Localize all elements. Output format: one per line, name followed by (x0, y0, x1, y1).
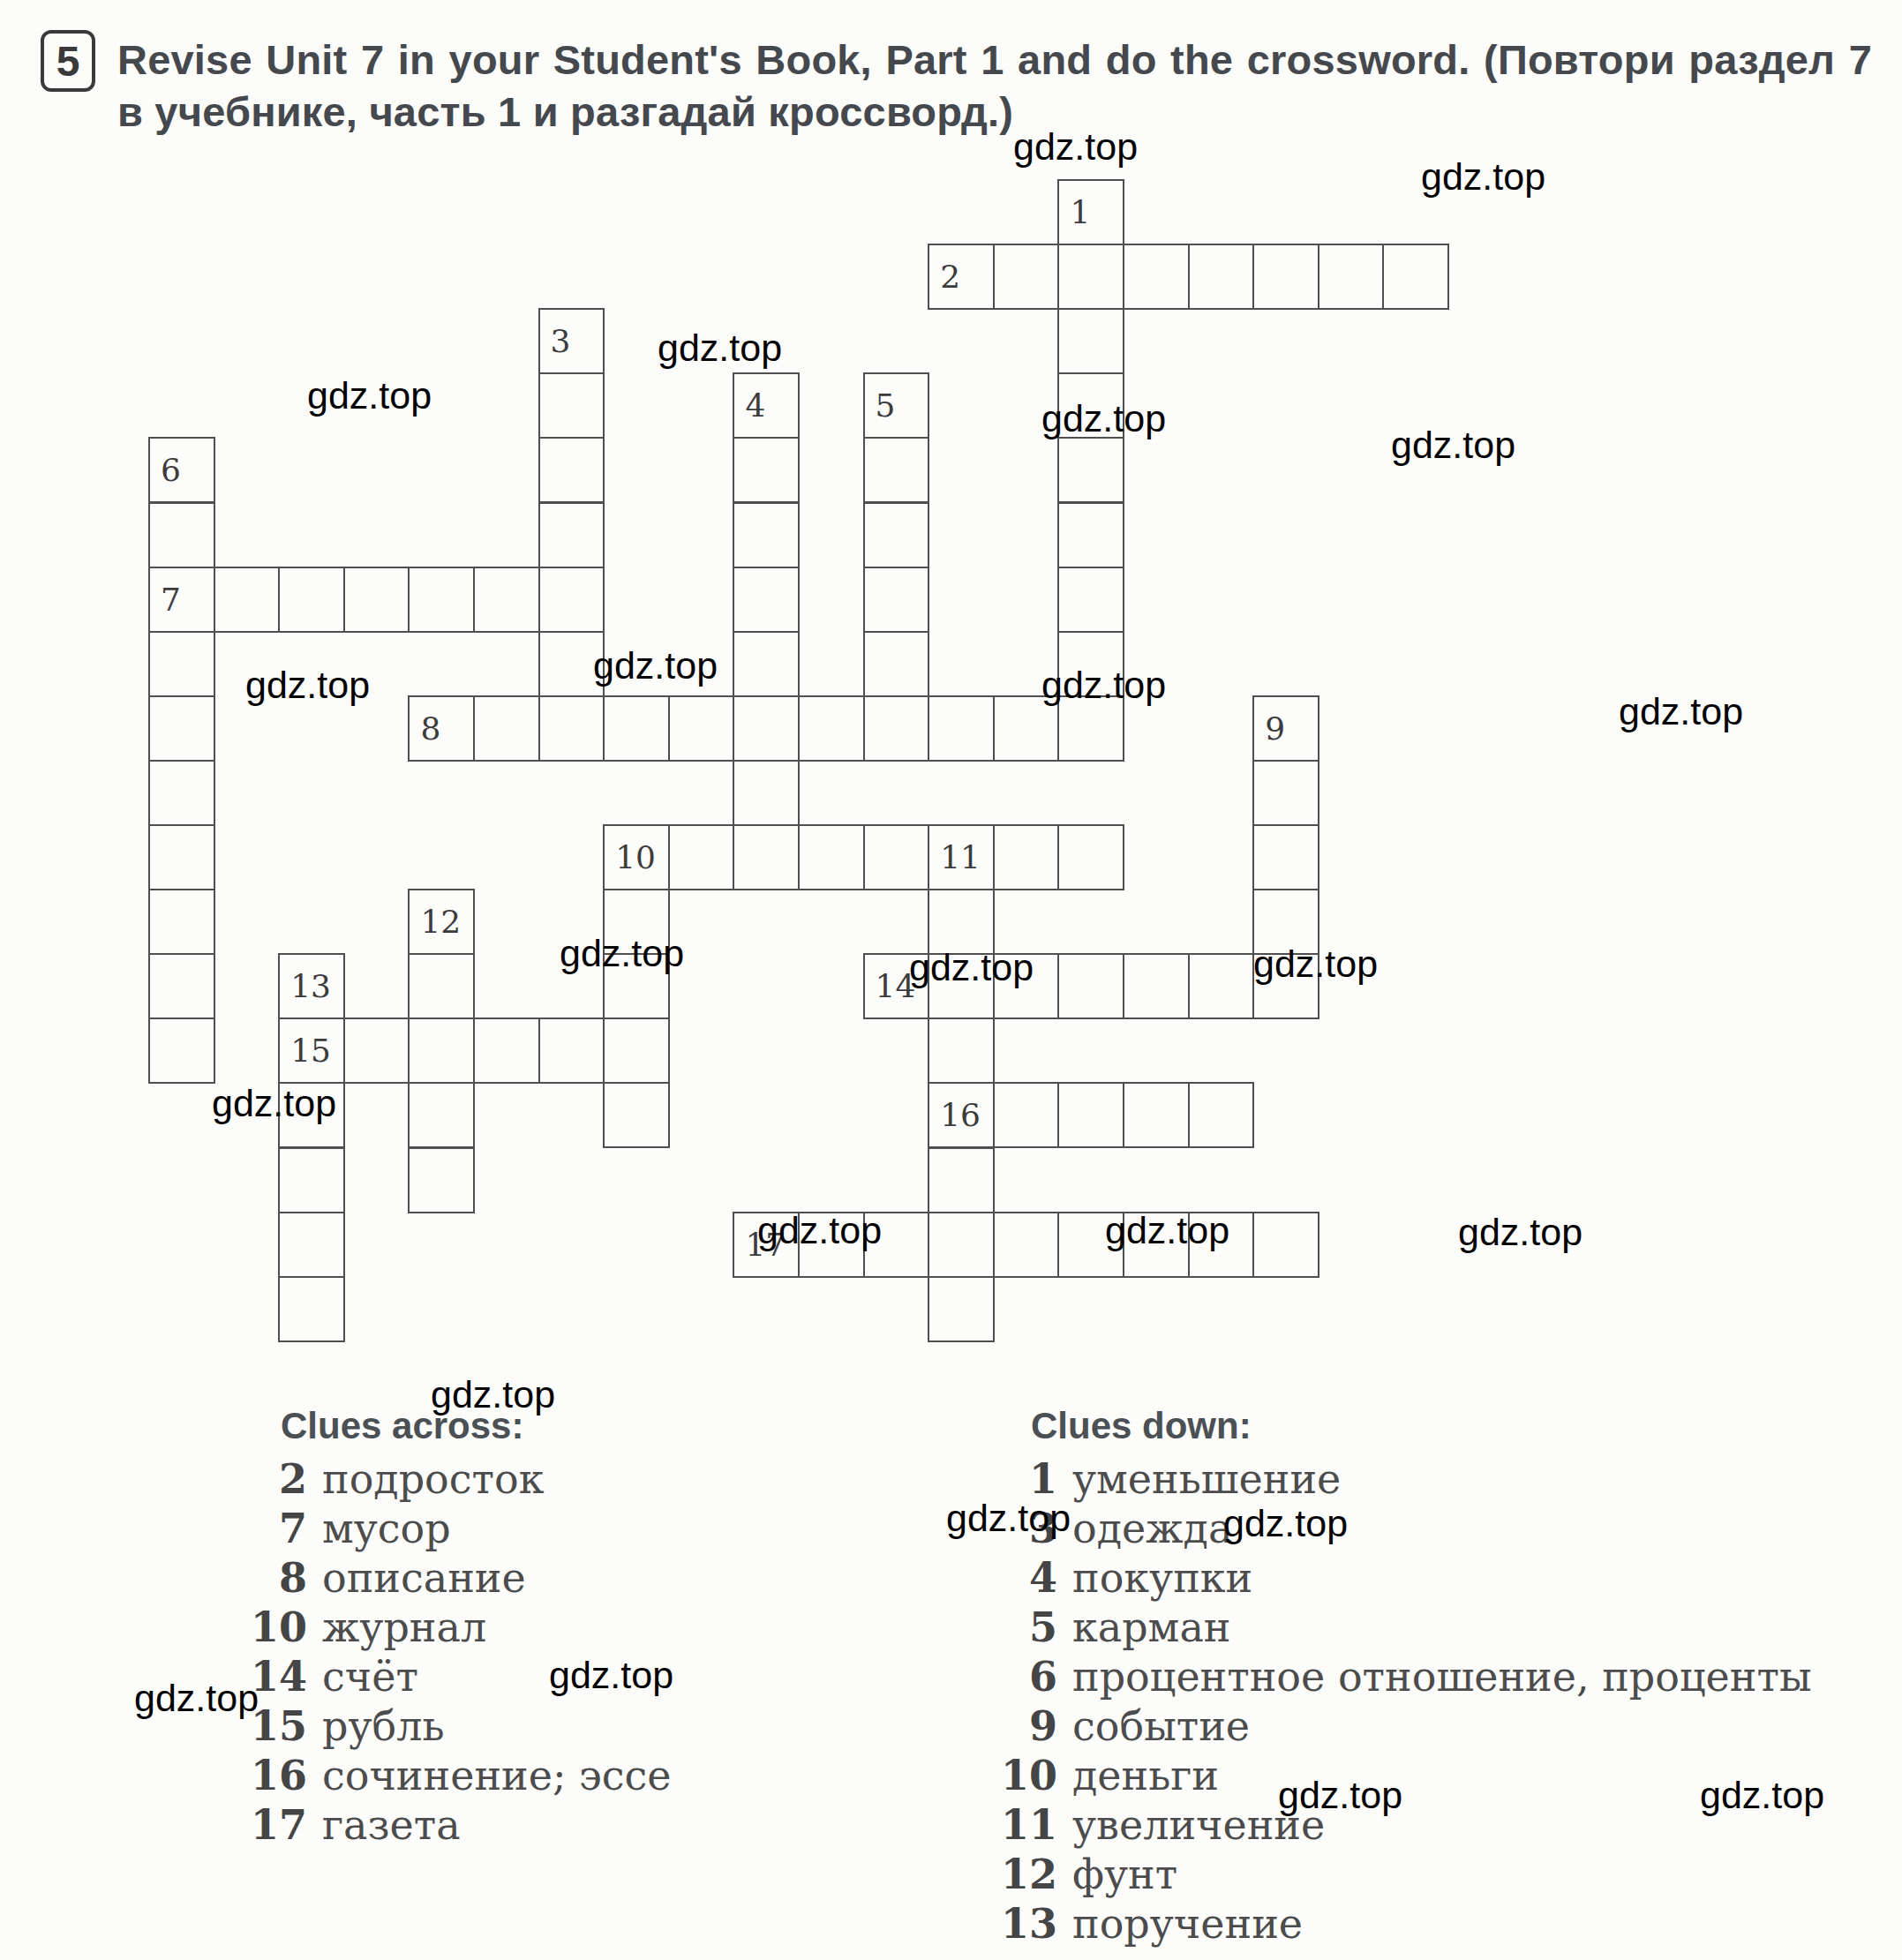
clue-number: 5 (971, 1603, 1057, 1652)
grid-cell[interactable] (994, 1083, 1059, 1147)
grid-cell[interactable] (1058, 1083, 1124, 1147)
clue-number: 10 (971, 1751, 1057, 1800)
grid-cell[interactable] (539, 696, 605, 761)
grid-cell[interactable] (1253, 1213, 1319, 1277)
grid-cell[interactable] (149, 632, 214, 696)
cell-clue-number: 10 (604, 839, 656, 875)
clue-number: 6 (971, 1652, 1057, 1701)
grid-cell[interactable] (1058, 825, 1124, 890)
clue-text: журнал (322, 1603, 486, 1652)
clues-down-title: Clues down: (1031, 1405, 1812, 1447)
clue-item-down-9: 9событие (971, 1701, 1812, 1751)
grid-cell[interactable] (539, 1018, 605, 1083)
cell-clue-number: 6 (149, 452, 181, 488)
grid-cell[interactable]: 6 (149, 438, 214, 502)
clue-item-down-6: 6процентное отношение, проценты (971, 1652, 1812, 1701)
grid-cell[interactable] (928, 1018, 994, 1083)
grid-cell[interactable] (928, 696, 994, 761)
cell-clue-number: 7 (149, 582, 181, 618)
grid-cell[interactable] (1253, 244, 1319, 309)
gdz-watermark: gdz.top (658, 327, 782, 370)
grid-cell[interactable] (1124, 1083, 1189, 1147)
gdz-watermark: gdz.top (431, 1373, 555, 1416)
task-number-box: 5 (41, 30, 95, 92)
grid-cell[interactable]: 11 (928, 825, 994, 890)
grid-cell[interactable] (1058, 244, 1124, 309)
grid-cell[interactable] (344, 1018, 410, 1083)
grid-cell[interactable]: 5 (864, 373, 929, 438)
clue-item-down-12: 12фунт (971, 1850, 1812, 1899)
gdz-watermark: gdz.top (593, 644, 718, 687)
grid-cell[interactable] (409, 1148, 474, 1213)
grid-cell[interactable] (1253, 825, 1319, 890)
grid-cell[interactable] (799, 696, 864, 761)
gdz-watermark: gdz.top (134, 1677, 259, 1720)
clue-text: процентное отношение, проценты (1072, 1652, 1812, 1701)
grid-cell[interactable] (1124, 954, 1189, 1018)
grid-cell[interactable] (409, 567, 474, 632)
grid-cell[interactable] (864, 438, 929, 502)
grid-cell[interactable]: 1 (1058, 180, 1124, 244)
grid-cell[interactable] (1058, 309, 1124, 373)
cell-clue-number: 14 (864, 968, 916, 1004)
clues-down-section: Clues down: 1уменьшение3одежда4покупки5к… (971, 1405, 1812, 1949)
grid-cell[interactable] (279, 567, 344, 632)
clue-number: 16 (247, 1751, 307, 1800)
gdz-watermark: gdz.top (560, 932, 684, 975)
grid-cell[interactable] (149, 761, 214, 825)
cell-clue-number: 13 (279, 968, 331, 1004)
grid-cell[interactable] (864, 632, 929, 696)
grid-cell[interactable] (279, 1277, 344, 1341)
grid-cell[interactable] (149, 503, 214, 567)
grid-cell[interactable] (1253, 761, 1319, 825)
clue-text: уменьшение (1072, 1454, 1341, 1504)
grid-cell[interactable] (539, 503, 605, 567)
grid-cell[interactable] (149, 890, 214, 954)
grid-cell[interactable] (864, 503, 929, 567)
grid-cell[interactable] (539, 438, 605, 502)
gdz-watermark: gdz.top (1041, 664, 1166, 707)
clue-item-down-4: 4покупки (971, 1553, 1812, 1603)
grid-cell[interactable] (474, 1018, 539, 1083)
clue-text: рубль (322, 1701, 444, 1751)
grid-cell[interactable] (344, 567, 410, 632)
clue-number: 9 (971, 1701, 1057, 1751)
grid-cell[interactable]: 9 (1253, 696, 1319, 761)
grid-cell[interactable]: 7 (149, 567, 214, 632)
clues-down-list: 1уменьшение3одежда4покупки5карман6процен… (971, 1454, 1812, 1949)
task-instruction-en: Revise Unit 7 in your Student's Book, Pa… (117, 36, 1470, 83)
grid-cell[interactable]: 2 (928, 244, 994, 309)
clues-across-section: Clues across: 2подросток7мусор8описание1… (247, 1405, 672, 1850)
grid-cell[interactable] (539, 373, 605, 438)
gdz-watermark: gdz.top (549, 1654, 673, 1697)
gdz-watermark: gdz.top (1421, 155, 1545, 199)
grid-cell[interactable] (928, 890, 994, 954)
grid-cell[interactable] (149, 696, 214, 761)
grid-cell[interactable] (1058, 438, 1124, 502)
cell-clue-number: 1 (1058, 194, 1090, 230)
grid-cell[interactable] (733, 567, 799, 632)
cell-clue-number: 5 (864, 387, 896, 424)
clue-number: 11 (971, 1800, 1057, 1850)
gdz-watermark: gdz.top (1458, 1211, 1582, 1254)
grid-cell[interactable] (604, 1083, 669, 1147)
clue-text: поручение (1072, 1899, 1303, 1949)
cell-clue-number: 15 (279, 1033, 331, 1069)
grid-cell[interactable] (994, 244, 1059, 309)
clue-number: 7 (247, 1504, 307, 1553)
grid-cell[interactable] (733, 438, 799, 502)
grid-cell[interactable] (539, 567, 605, 632)
workbook-page: 5 Revise Unit 7 in your Student's Book, … (0, 0, 1902, 1960)
grid-cell[interactable] (733, 696, 799, 761)
clue-item-across-7: 7мусор (247, 1504, 672, 1553)
cell-clue-number: 2 (928, 259, 960, 295)
clue-number: 13 (971, 1899, 1057, 1949)
grid-cell[interactable]: 8 (409, 696, 474, 761)
clue-item-across-16: 16сочинение; эссе (247, 1751, 672, 1800)
grid-cell[interactable] (994, 1213, 1059, 1277)
grid-cell[interactable] (733, 503, 799, 567)
clue-text: одежда (1072, 1504, 1232, 1553)
grid-cell[interactable] (214, 567, 280, 632)
grid-cell[interactable]: 15 (279, 1018, 344, 1083)
cell-clue-number: 11 (928, 839, 981, 875)
grid-cell[interactable] (928, 1148, 994, 1213)
clue-number: 2 (247, 1454, 307, 1504)
clue-item-down-13: 13поручение (971, 1899, 1812, 1949)
cell-clue-number: 8 (409, 710, 440, 747)
task-number: 5 (56, 37, 80, 86)
clue-number: 17 (247, 1800, 307, 1850)
grid-cell[interactable] (1319, 244, 1384, 309)
clue-number: 8 (247, 1553, 307, 1603)
grid-cell[interactable] (1058, 567, 1124, 632)
grid-cell[interactable] (1189, 954, 1254, 1018)
cell-clue-number: 9 (1253, 710, 1285, 747)
clue-item-down-3: 3одежда (971, 1504, 1812, 1553)
grid-cell[interactable] (864, 567, 929, 632)
gdz-watermark: gdz.top (1041, 397, 1166, 440)
grid-cell[interactable] (1383, 244, 1448, 309)
grid-cell[interactable] (149, 1018, 214, 1083)
grid-cell[interactable] (1189, 244, 1254, 309)
clue-text: мусор (322, 1504, 451, 1553)
grid-cell[interactable]: 3 (539, 309, 605, 373)
grid-cell[interactable] (928, 1277, 994, 1341)
gdz-watermark: gdz.top (1253, 942, 1378, 986)
clue-text: событие (1072, 1701, 1250, 1751)
gdz-watermark: gdz.top (307, 374, 432, 417)
grid-cell[interactable] (604, 1018, 669, 1083)
grid-cell[interactable]: 13 (279, 954, 344, 1018)
grid-cell[interactable] (474, 696, 539, 761)
gdz-watermark: gdz.top (1223, 1502, 1348, 1545)
clue-text: деньги (1072, 1751, 1219, 1800)
cell-clue-number: 16 (928, 1097, 981, 1133)
clue-number: 4 (971, 1553, 1057, 1603)
gdz-watermark: gdz.top (1700, 1774, 1824, 1817)
clue-text: подросток (322, 1454, 544, 1504)
gdz-watermark: gdz.top (909, 946, 1034, 989)
cell-clue-number: 3 (539, 323, 571, 359)
clue-text: сочинение; эссе (322, 1751, 672, 1800)
clue-text: газета (322, 1800, 461, 1850)
grid-cell[interactable] (279, 1148, 344, 1213)
grid-cell[interactable] (928, 1213, 994, 1277)
grid-cell[interactable] (994, 825, 1059, 890)
grid-cell[interactable] (1058, 503, 1124, 567)
clue-item-down-5: 5карман (971, 1603, 1812, 1652)
clues-across-list: 2подросток7мусор8описание10журнал14счёт1… (247, 1454, 672, 1850)
grid-cell[interactable]: 10 (604, 825, 669, 890)
clue-text: карман (1072, 1603, 1231, 1652)
grid-cell[interactable] (669, 825, 734, 890)
grid-cell[interactable] (409, 954, 474, 1018)
clue-item-across-10: 10журнал (247, 1603, 672, 1652)
clue-text: покупки (1072, 1553, 1252, 1603)
clue-number: 12 (971, 1850, 1057, 1899)
grid-cell[interactable] (604, 696, 669, 761)
grid-cell[interactable] (733, 761, 799, 825)
task-instruction: Revise Unit 7 in your Student's Book, Pa… (117, 34, 1872, 138)
grid-cell[interactable] (409, 1083, 474, 1147)
grid-cell[interactable] (149, 825, 214, 890)
clue-item-across-2: 2подросток (247, 1454, 672, 1504)
gdz-watermark: gdz.top (245, 664, 370, 707)
grid-cell[interactable] (864, 696, 929, 761)
grid-cell[interactable] (864, 825, 929, 890)
gdz-watermark: gdz.top (1278, 1774, 1402, 1817)
grid-cell[interactable] (149, 954, 214, 1018)
gdz-watermark: gdz.top (1391, 424, 1515, 467)
gdz-watermark: gdz.top (1105, 1209, 1229, 1252)
clue-text: счёт (322, 1652, 418, 1701)
gdz-watermark: gdz.top (212, 1082, 336, 1125)
clue-text: фунт (1072, 1850, 1177, 1899)
grid-cell[interactable] (733, 825, 799, 890)
cell-clue-number: 4 (733, 387, 765, 424)
grid-cell[interactable] (669, 696, 734, 761)
cell-clue-number: 12 (409, 904, 461, 940)
clue-number: 10 (247, 1603, 307, 1652)
grid-cell[interactable]: 4 (733, 373, 799, 438)
grid-cell[interactable] (409, 1018, 474, 1083)
clue-item-across-8: 8описание (247, 1553, 672, 1603)
gdz-watermark: gdz.top (946, 1497, 1071, 1540)
grid-cell[interactable] (279, 1213, 344, 1277)
clue-item-down-1: 1уменьшение (971, 1454, 1812, 1504)
grid-cell[interactable] (1058, 954, 1124, 1018)
clue-item-across-17: 17газета (247, 1800, 672, 1850)
grid-cell[interactable]: 16 (928, 1083, 994, 1147)
clue-text: описание (322, 1553, 526, 1603)
grid-cell[interactable]: 12 (409, 890, 474, 954)
gdz-watermark: gdz.top (1619, 690, 1743, 733)
gdz-watermark: gdz.top (757, 1209, 882, 1252)
clue-item-across-15: 15рубль (247, 1701, 672, 1751)
grid-cell[interactable] (1189, 1083, 1254, 1147)
grid-cell[interactable] (799, 825, 864, 890)
gdz-watermark: gdz.top (1013, 125, 1138, 169)
grid-cell[interactable] (474, 567, 539, 632)
grid-cell[interactable] (733, 632, 799, 696)
grid-cell[interactable] (1124, 244, 1189, 309)
